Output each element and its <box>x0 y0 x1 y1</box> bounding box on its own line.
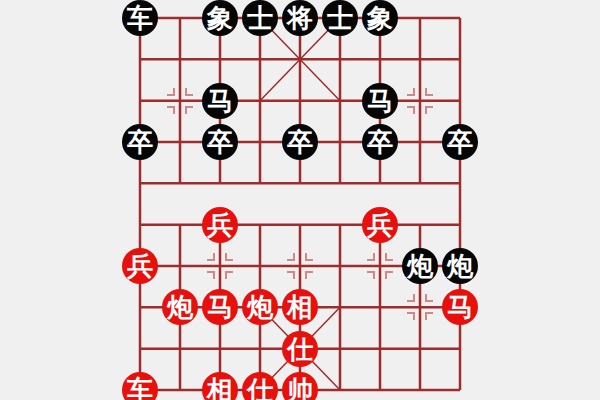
marker-corner <box>185 88 193 96</box>
marker-corner <box>225 253 233 261</box>
piece-red-horse[interactable]: 马 <box>202 289 238 325</box>
marker-corner <box>425 294 433 302</box>
marker-corner <box>207 253 215 261</box>
marker-corner <box>385 253 393 261</box>
marker-corner <box>407 294 415 302</box>
piece-black-chariot[interactable]: 车 <box>122 0 158 36</box>
piece-black-horse[interactable]: 马 <box>362 83 398 119</box>
marker-corner <box>425 312 433 320</box>
marker-corner <box>287 253 295 261</box>
piece-red-cannon[interactable]: 炮 <box>162 289 198 325</box>
marker-corner <box>425 106 433 114</box>
piece-black-soldier[interactable]: 卒 <box>122 124 158 160</box>
piece-red-general[interactable]: 帅 <box>282 372 318 400</box>
piece-black-cannon[interactable]: 炮 <box>402 248 438 284</box>
piece-black-general[interactable]: 将 <box>282 0 318 36</box>
marker-corner <box>185 106 193 114</box>
piece-red-cannon[interactable]: 炮 <box>242 289 278 325</box>
marker-corner <box>425 88 433 96</box>
piece-black-soldier[interactable]: 卒 <box>362 124 398 160</box>
piece-red-advisor[interactable]: 仕 <box>282 331 318 367</box>
marker-corner <box>167 106 175 114</box>
marker-corner <box>407 106 415 114</box>
piece-red-elephant[interactable]: 相 <box>282 289 318 325</box>
piece-red-soldier[interactable]: 兵 <box>202 207 238 243</box>
marker-corner <box>407 88 415 96</box>
marker-corner <box>305 253 313 261</box>
marker-corner <box>225 271 233 279</box>
marker-corner <box>305 271 313 279</box>
piece-black-soldier[interactable]: 卒 <box>442 124 478 160</box>
marker-corner <box>167 88 175 96</box>
marker-corner <box>287 271 295 279</box>
marker-corner <box>407 312 415 320</box>
piece-red-soldier[interactable]: 兵 <box>362 207 398 243</box>
piece-black-cannon[interactable]: 炮 <box>442 248 478 284</box>
marker-corner <box>207 271 215 279</box>
piece-red-advisor[interactable]: 仕 <box>242 372 278 400</box>
piece-red-chariot[interactable]: 车 <box>122 372 158 400</box>
piece-black-elephant[interactable]: 象 <box>362 0 398 36</box>
piece-red-elephant[interactable]: 相 <box>202 372 238 400</box>
marker-corner <box>367 271 375 279</box>
piece-red-horse[interactable]: 马 <box>442 289 478 325</box>
xiangqi-app: 车象士将士象马马卒卒卒卒卒炮炮兵兵兵炮马炮相马仕车相仕帅 <box>0 0 600 400</box>
piece-black-advisor[interactable]: 士 <box>242 0 278 36</box>
marker-corner <box>367 253 375 261</box>
piece-black-soldier[interactable]: 卒 <box>282 124 318 160</box>
piece-black-horse[interactable]: 马 <box>202 83 238 119</box>
piece-black-advisor[interactable]: 士 <box>322 0 358 36</box>
piece-red-soldier[interactable]: 兵 <box>122 248 158 284</box>
marker-corner <box>385 271 393 279</box>
board[interactable]: 车象士将士象马马卒卒卒卒卒炮炮兵兵兵炮马炮相马仕车相仕帅 <box>0 0 600 400</box>
piece-black-soldier[interactable]: 卒 <box>202 124 238 160</box>
piece-black-elephant[interactable]: 象 <box>202 0 238 36</box>
